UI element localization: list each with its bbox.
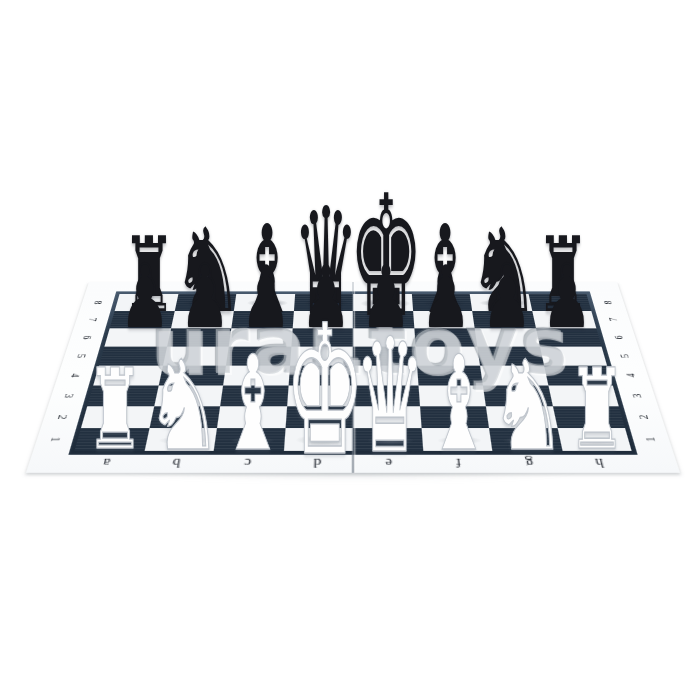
piece-white-bishop-c1[interactable]: ♝ bbox=[211, 339, 294, 470]
chess-set-product-photo: abcdefgh8877665544332211 ural.toys ♜♞♝♛♚… bbox=[0, 0, 700, 700]
piece-white-king-d1[interactable]: ♚ bbox=[284, 301, 359, 481]
pieces-layer: ♜♞♝♛♚♝♞♜♟♟♟♟♟♟♟♟♜♞♝♚♛♝♞♜ bbox=[0, 0, 700, 700]
piece-black-pawn-h7[interactable]: ♟ bbox=[517, 254, 616, 340]
piece-white-queen-e1[interactable]: ♛ bbox=[353, 317, 428, 475]
piece-white-rook-h1[interactable]: ♜ bbox=[554, 354, 641, 465]
